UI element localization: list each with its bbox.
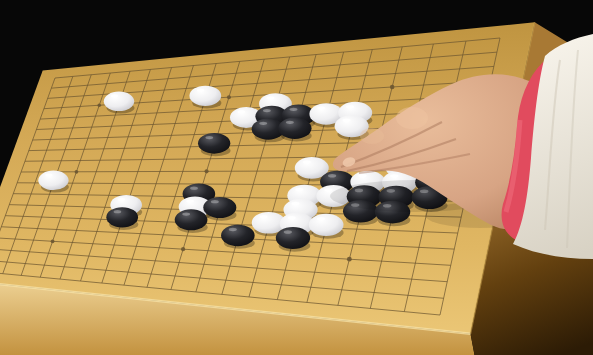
stone-black xyxy=(203,197,236,218)
star-point xyxy=(347,257,352,262)
stone-highlight xyxy=(342,119,350,122)
stone-black xyxy=(221,225,255,246)
stone-black xyxy=(106,207,138,227)
star-point xyxy=(181,247,185,251)
stone-highlight xyxy=(186,199,194,202)
stone-black xyxy=(278,118,311,139)
stone-highlight xyxy=(286,121,294,124)
stone-highlight xyxy=(295,188,303,191)
knuckle-highlight xyxy=(360,128,384,144)
star-point xyxy=(205,169,209,173)
stone-highlight xyxy=(211,200,219,203)
go-board-scene xyxy=(0,0,593,355)
stone-highlight xyxy=(317,106,325,109)
stone-highlight xyxy=(45,173,52,176)
star-point xyxy=(227,95,231,99)
star-point xyxy=(75,170,79,174)
stone-white xyxy=(38,171,68,190)
stone-highlight xyxy=(288,216,296,220)
stone-highlight xyxy=(118,198,126,201)
star-point xyxy=(390,85,395,90)
stone-highlight xyxy=(346,105,354,108)
stone-highlight xyxy=(182,212,190,215)
star-point xyxy=(97,103,101,107)
stone-highlight xyxy=(260,215,268,218)
star-point xyxy=(51,239,55,243)
stone-black xyxy=(198,133,230,154)
stone-highlight xyxy=(328,174,336,178)
stone-highlight xyxy=(289,108,297,111)
stone-highlight xyxy=(237,110,245,113)
stone-highlight xyxy=(114,210,122,213)
go-game-photo xyxy=(0,0,593,355)
stone-highlight xyxy=(284,230,292,234)
stone-black xyxy=(175,209,208,230)
stone-highlight xyxy=(390,174,398,178)
stone-white xyxy=(104,92,134,112)
stone-highlight xyxy=(324,188,332,192)
stone-highlight xyxy=(291,202,299,206)
stone-highlight xyxy=(190,187,198,190)
stone-highlight xyxy=(263,109,271,112)
stone-highlight xyxy=(259,122,267,125)
stone-highlight xyxy=(197,89,205,92)
stone-highlight xyxy=(229,228,237,231)
knuckle-highlight xyxy=(396,107,428,129)
stone-highlight xyxy=(317,217,325,221)
stone-black xyxy=(276,227,310,249)
stone-highlight xyxy=(111,94,118,97)
stone-white xyxy=(309,214,344,236)
stone-highlight xyxy=(205,136,213,139)
stone-highlight xyxy=(358,174,366,178)
stone-highlight xyxy=(267,96,275,99)
stone-highlight xyxy=(303,160,311,163)
stone-white xyxy=(189,86,221,106)
